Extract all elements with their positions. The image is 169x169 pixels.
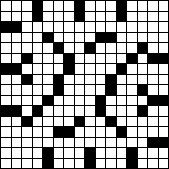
white-cell-r9c1[interactable]	[1, 85, 11, 95]
white-cell-r7c14[interactable]	[138, 64, 148, 74]
white-cell-r14c9[interactable]	[85, 138, 95, 148]
white-cell-r14c8[interactable]	[75, 138, 85, 148]
white-cell-r9c12[interactable]	[117, 85, 127, 95]
white-cell-r10c3[interactable]	[22, 96, 32, 106]
white-cell-r4c16[interactable]	[159, 33, 169, 43]
white-cell-r2c7[interactable]	[64, 12, 74, 22]
white-cell-r5c8[interactable]	[75, 43, 85, 53]
white-cell-r7c5[interactable]	[43, 64, 53, 74]
white-cell-r4c6[interactable]	[54, 33, 64, 43]
white-cell-r10c12[interactable]	[117, 96, 127, 106]
white-cell-r5c11[interactable]	[106, 43, 116, 53]
white-cell-r6c8[interactable]	[75, 54, 85, 64]
black-cell-r4c11	[106, 33, 116, 43]
white-cell-r10c14[interactable]	[138, 96, 148, 106]
white-cell-r5c16[interactable]	[159, 43, 169, 53]
white-cell-r6c14[interactable]	[138, 54, 148, 64]
white-cell-r9c9[interactable]	[85, 85, 95, 95]
black-cell-r13c6	[54, 127, 64, 137]
black-cell-r15c9	[85, 148, 95, 158]
white-cell-r2c9[interactable]	[85, 12, 95, 22]
white-cell-r3c16[interactable]	[159, 22, 169, 32]
black-cell-r4c10	[96, 33, 106, 43]
black-cell-r1c8	[75, 1, 85, 11]
white-cell-r1c10[interactable]	[96, 1, 106, 11]
white-cell-r8c5[interactable]	[43, 75, 53, 85]
white-cell-r10c7[interactable]	[64, 96, 74, 106]
white-cell-r4c8[interactable]	[75, 33, 85, 43]
black-cell-r11c4	[33, 106, 43, 116]
black-cell-r1c4	[33, 1, 43, 11]
white-cell-r15c14[interactable]	[138, 148, 148, 158]
white-cell-r4c12[interactable]	[117, 33, 127, 43]
white-cell-r4c14[interactable]	[138, 33, 148, 43]
white-cell-r10c2[interactable]	[12, 96, 22, 106]
white-cell-r14c1[interactable]	[1, 138, 11, 148]
white-cell-r9c2[interactable]	[12, 85, 22, 95]
black-cell-r14c15	[148, 138, 158, 148]
white-cell-r8c15[interactable]	[148, 75, 158, 85]
white-cell-r8c13[interactable]	[127, 75, 137, 85]
white-cell-r3c7[interactable]	[64, 22, 74, 32]
white-cell-r9c7[interactable]	[64, 85, 74, 95]
black-cell-r6c7	[64, 54, 74, 64]
black-cell-r16c5	[43, 159, 53, 169]
white-cell-r11c7[interactable]	[64, 106, 74, 116]
white-cell-r7c16[interactable]	[159, 64, 169, 74]
white-cell-r2c10[interactable]	[96, 12, 106, 22]
white-cell-r14c4[interactable]	[33, 138, 43, 148]
white-cell-r16c2[interactable]	[12, 159, 22, 169]
white-cell-r11c8[interactable]	[75, 106, 85, 116]
white-cell-r14c6[interactable]	[54, 138, 64, 148]
black-cell-r1c12	[117, 1, 127, 11]
white-cell-r7c3[interactable]	[22, 64, 32, 74]
white-cell-r15c16[interactable]	[159, 148, 169, 158]
white-cell-r2c1[interactable]	[1, 12, 11, 22]
white-cell-r6c4[interactable]	[33, 54, 43, 64]
white-cell-r16c1[interactable]	[1, 159, 11, 169]
black-cell-r10c10	[96, 96, 106, 106]
white-cell-r13c9[interactable]	[85, 127, 95, 137]
black-cell-r2c4	[33, 12, 43, 22]
white-cell-r10c13[interactable]	[127, 96, 137, 106]
black-cell-r2c8	[75, 12, 85, 22]
black-cell-r15c5	[43, 148, 53, 158]
white-cell-r16c6[interactable]	[54, 159, 64, 169]
white-cell-r2c2[interactable]	[12, 12, 22, 22]
white-cell-r13c8[interactable]	[75, 127, 85, 137]
white-cell-r13c10[interactable]	[96, 127, 106, 137]
white-cell-r16c3[interactable]	[22, 159, 32, 169]
white-cell-r11c16[interactable]	[159, 106, 169, 116]
white-cell-r11c3[interactable]	[22, 106, 32, 116]
white-cell-r3c14[interactable]	[138, 22, 148, 32]
white-cell-r5c15[interactable]	[148, 43, 158, 53]
white-cell-r3c5[interactable]	[43, 22, 53, 32]
white-cell-r15c10[interactable]	[96, 148, 106, 158]
white-cell-r16c10[interactable]	[96, 159, 106, 169]
white-cell-r11c6[interactable]	[54, 106, 64, 116]
white-cell-r13c15[interactable]	[148, 127, 158, 137]
white-cell-r2c5[interactable]	[43, 12, 53, 22]
white-cell-r11c9[interactable]	[85, 106, 95, 116]
black-cell-r10c5	[43, 96, 53, 106]
white-cell-r7c15[interactable]	[148, 64, 158, 74]
white-cell-r2c16[interactable]	[159, 12, 169, 22]
white-cell-r3c12[interactable]	[117, 22, 127, 32]
white-cell-r6c10[interactable]	[96, 54, 106, 64]
black-cell-r6c13	[127, 54, 137, 64]
white-cell-r15c12[interactable]	[117, 148, 127, 158]
white-cell-r8c2[interactable]	[12, 75, 22, 85]
white-cell-r13c2[interactable]	[12, 127, 22, 137]
white-cell-r8c16[interactable]	[159, 75, 169, 85]
white-cell-r9c8[interactable]	[75, 85, 85, 95]
white-cell-r7c8[interactable]	[75, 64, 85, 74]
white-cell-r12c16[interactable]	[159, 117, 169, 127]
white-cell-r2c6[interactable]	[54, 12, 64, 22]
white-cell-r3c6[interactable]	[54, 22, 64, 32]
white-cell-r15c7[interactable]	[64, 148, 74, 158]
white-cell-r5c12[interactable]	[117, 43, 127, 53]
white-cell-r8c12[interactable]	[117, 75, 127, 85]
black-cell-r8c6	[54, 75, 64, 85]
white-cell-r8c14[interactable]	[138, 75, 148, 85]
black-cell-r15c13	[127, 148, 137, 158]
black-cell-r7c2	[12, 64, 22, 74]
black-cell-r3c2	[12, 22, 22, 32]
white-cell-r5c7[interactable]	[64, 43, 74, 53]
white-cell-r10c6[interactable]	[54, 96, 64, 106]
white-cell-r12c4[interactable]	[33, 117, 43, 127]
black-cell-r2c12	[117, 12, 127, 22]
white-cell-r7c11[interactable]	[106, 64, 116, 74]
white-cell-r14c11[interactable]	[106, 138, 116, 148]
white-cell-r12c15[interactable]	[148, 117, 158, 127]
white-cell-r8c10[interactable]	[96, 75, 106, 85]
white-cell-r11c13[interactable]	[127, 106, 137, 116]
white-cell-r8c7[interactable]	[64, 75, 74, 85]
white-cell-r2c14[interactable]	[138, 12, 148, 22]
black-cell-r8c3	[22, 75, 32, 85]
white-cell-r16c4[interactable]	[33, 159, 43, 169]
white-cell-r12c14[interactable]	[138, 117, 148, 127]
white-cell-r4c1[interactable]	[1, 33, 11, 43]
white-cell-r1c5[interactable]	[43, 1, 53, 11]
black-cell-r4c5	[43, 33, 53, 43]
white-cell-r5c10[interactable]	[96, 43, 106, 53]
white-cell-r3c15[interactable]	[148, 22, 158, 32]
white-cell-r13c1[interactable]	[1, 127, 11, 137]
black-cell-r5c9	[85, 43, 95, 53]
black-cell-r7c12	[117, 64, 127, 74]
black-cell-r14c16	[159, 138, 169, 148]
white-cell-r12c5[interactable]	[43, 117, 53, 127]
white-cell-r9c3[interactable]	[22, 85, 32, 95]
white-cell-r9c10[interactable]	[96, 85, 106, 95]
white-cell-r1c1[interactable]	[1, 1, 11, 11]
black-cell-r12c3	[22, 117, 32, 127]
white-cell-r4c4[interactable]	[33, 33, 43, 43]
black-cell-r9c6	[54, 85, 64, 95]
white-cell-r15c3[interactable]	[22, 148, 32, 158]
white-cell-r3c4[interactable]	[33, 22, 43, 32]
white-cell-r16c14[interactable]	[138, 159, 148, 169]
black-cell-r11c2	[12, 106, 22, 116]
white-cell-r4c2[interactable]	[12, 33, 22, 43]
white-cell-r8c4[interactable]	[33, 75, 43, 85]
white-cell-r3c8[interactable]	[75, 22, 85, 32]
white-cell-r8c8[interactable]	[75, 75, 85, 85]
white-cell-r4c7[interactable]	[64, 33, 74, 43]
white-cell-r3c10[interactable]	[96, 22, 106, 32]
black-cell-r12c11	[106, 117, 116, 127]
white-cell-r14c12[interactable]	[117, 138, 127, 148]
white-cell-r7c13[interactable]	[127, 64, 137, 74]
white-cell-r12c1[interactable]	[1, 117, 11, 127]
white-cell-r16c15[interactable]	[148, 159, 158, 169]
white-cell-r14c10[interactable]	[96, 138, 106, 148]
white-cell-r12c6[interactable]	[54, 117, 64, 127]
white-cell-r1c3[interactable]	[22, 1, 32, 11]
black-cell-r11c14	[138, 106, 148, 116]
white-cell-r11c11[interactable]	[106, 106, 116, 116]
white-cell-r13c14[interactable]	[138, 127, 148, 137]
white-cell-r6c11[interactable]	[106, 54, 116, 64]
white-cell-r3c11[interactable]	[106, 22, 116, 32]
white-cell-r4c13[interactable]	[127, 33, 137, 43]
white-cell-r1c7[interactable]	[64, 1, 74, 11]
white-cell-r15c4[interactable]	[33, 148, 43, 158]
black-cell-r9c14	[138, 85, 148, 95]
white-cell-r14c2[interactable]	[12, 138, 22, 148]
white-cell-r15c6[interactable]	[54, 148, 64, 158]
white-cell-r13c4[interactable]	[33, 127, 43, 137]
white-cell-r4c9[interactable]	[85, 33, 95, 43]
white-cell-r10c8[interactable]	[75, 96, 85, 106]
white-cell-r8c1[interactable]	[1, 75, 11, 85]
white-cell-r7c6[interactable]	[54, 64, 64, 74]
white-cell-r16c7[interactable]	[64, 159, 74, 169]
white-cell-r7c4[interactable]	[33, 64, 43, 74]
black-cell-r6c3	[22, 54, 32, 64]
white-cell-r13c11[interactable]	[106, 127, 116, 137]
white-cell-r8c9[interactable]	[85, 75, 95, 85]
white-cell-r16c16[interactable]	[159, 159, 169, 169]
white-cell-r14c14[interactable]	[138, 138, 148, 148]
white-cell-r9c4[interactable]	[33, 85, 43, 95]
white-cell-r14c7[interactable]	[64, 138, 74, 148]
white-cell-r6c2[interactable]	[12, 54, 22, 64]
white-cell-r16c11[interactable]	[106, 159, 116, 169]
black-cell-r13c7	[64, 127, 74, 137]
white-cell-r2c15[interactable]	[148, 12, 158, 22]
white-cell-r14c13[interactable]	[127, 138, 137, 148]
white-cell-r7c9[interactable]	[85, 64, 95, 74]
white-cell-r10c11[interactable]	[106, 96, 116, 106]
black-cell-r11c10	[96, 106, 106, 116]
white-cell-r1c13[interactable]	[127, 1, 137, 11]
white-cell-r5c13[interactable]	[127, 43, 137, 53]
black-cell-r7c1	[1, 64, 11, 74]
white-cell-r1c9[interactable]	[85, 1, 95, 11]
black-cell-r13c12	[117, 127, 127, 137]
black-cell-r10c16	[159, 96, 169, 106]
white-cell-r1c2[interactable]	[12, 1, 22, 11]
black-cell-r12c8	[75, 117, 85, 127]
white-cell-r2c3[interactable]	[22, 12, 32, 22]
white-cell-r15c15[interactable]	[148, 148, 158, 158]
white-cell-r14c3[interactable]	[22, 138, 32, 148]
crossword-grid	[0, 0, 169, 169]
black-cell-r11c1	[1, 106, 11, 116]
white-cell-r4c3[interactable]	[22, 33, 32, 43]
black-cell-r16c13	[127, 159, 137, 169]
white-cell-r16c12[interactable]	[117, 159, 127, 169]
white-cell-r12c13[interactable]	[127, 117, 137, 127]
white-cell-r13c3[interactable]	[22, 127, 32, 137]
white-cell-r12c9[interactable]	[85, 117, 95, 127]
white-cell-r15c8[interactable]	[75, 148, 85, 158]
white-cell-r5c1[interactable]	[1, 43, 11, 53]
white-cell-r4c15[interactable]	[148, 33, 158, 43]
black-cell-r5c14	[138, 43, 148, 53]
black-cell-r3c1	[1, 22, 11, 32]
white-cell-r1c15[interactable]	[148, 1, 158, 11]
white-cell-r15c2[interactable]	[12, 148, 22, 158]
white-cell-r3c3[interactable]	[22, 22, 32, 32]
white-cell-r5c3[interactable]	[22, 43, 32, 53]
white-cell-r3c9[interactable]	[85, 22, 95, 32]
white-cell-r10c9[interactable]	[85, 96, 95, 106]
black-cell-r10c15	[148, 96, 158, 106]
white-cell-r6c5[interactable]	[43, 54, 53, 64]
white-cell-r1c16[interactable]	[159, 1, 169, 11]
white-cell-r16c8[interactable]	[75, 159, 85, 169]
white-cell-r9c15[interactable]	[148, 85, 158, 95]
white-cell-r13c5[interactable]	[43, 127, 53, 137]
white-cell-r6c9[interactable]	[85, 54, 95, 64]
white-cell-r15c1[interactable]	[1, 148, 11, 158]
white-cell-r6c1[interactable]	[1, 54, 11, 64]
white-cell-r12c10[interactable]	[96, 117, 106, 127]
white-cell-r13c13[interactable]	[127, 127, 137, 137]
white-cell-r12c12[interactable]	[117, 117, 127, 127]
white-cell-r7c10[interactable]	[96, 64, 106, 74]
white-cell-r2c11[interactable]	[106, 12, 116, 22]
white-cell-r15c11[interactable]	[106, 148, 116, 158]
black-cell-r16c9	[85, 159, 95, 169]
black-cell-r8c11	[106, 75, 116, 85]
white-cell-r9c5[interactable]	[43, 85, 53, 95]
black-cell-r5c6	[54, 43, 64, 53]
white-cell-r1c6[interactable]	[54, 1, 64, 11]
white-cell-r3c13[interactable]	[127, 22, 137, 32]
black-cell-r9c11	[106, 85, 116, 95]
white-cell-r10c4[interactable]	[33, 96, 43, 106]
white-cell-r10c1[interactable]	[1, 96, 11, 106]
white-cell-r9c16[interactable]	[159, 85, 169, 95]
white-cell-r11c15[interactable]	[148, 106, 158, 116]
white-cell-r13c16[interactable]	[159, 127, 169, 137]
white-cell-r1c11[interactable]	[106, 1, 116, 11]
white-cell-r5c4[interactable]	[33, 43, 43, 53]
white-cell-r11c5[interactable]	[43, 106, 53, 116]
white-cell-r5c5[interactable]	[43, 43, 53, 53]
white-cell-r9c13[interactable]	[127, 85, 137, 95]
white-cell-r14c5[interactable]	[43, 138, 53, 148]
white-cell-r6c12[interactable]	[117, 54, 127, 64]
white-cell-r11c12[interactable]	[117, 106, 127, 116]
white-cell-r12c2[interactable]	[12, 117, 22, 127]
white-cell-r5c2[interactable]	[12, 43, 22, 53]
white-cell-r12c7[interactable]	[64, 117, 74, 127]
black-cell-r7c7	[64, 64, 74, 74]
white-cell-r2c13[interactable]	[127, 12, 137, 22]
white-cell-r6c6[interactable]	[54, 54, 64, 64]
black-cell-r6c15	[148, 54, 158, 64]
white-cell-r1c14[interactable]	[138, 1, 148, 11]
black-cell-r6c16	[159, 54, 169, 64]
